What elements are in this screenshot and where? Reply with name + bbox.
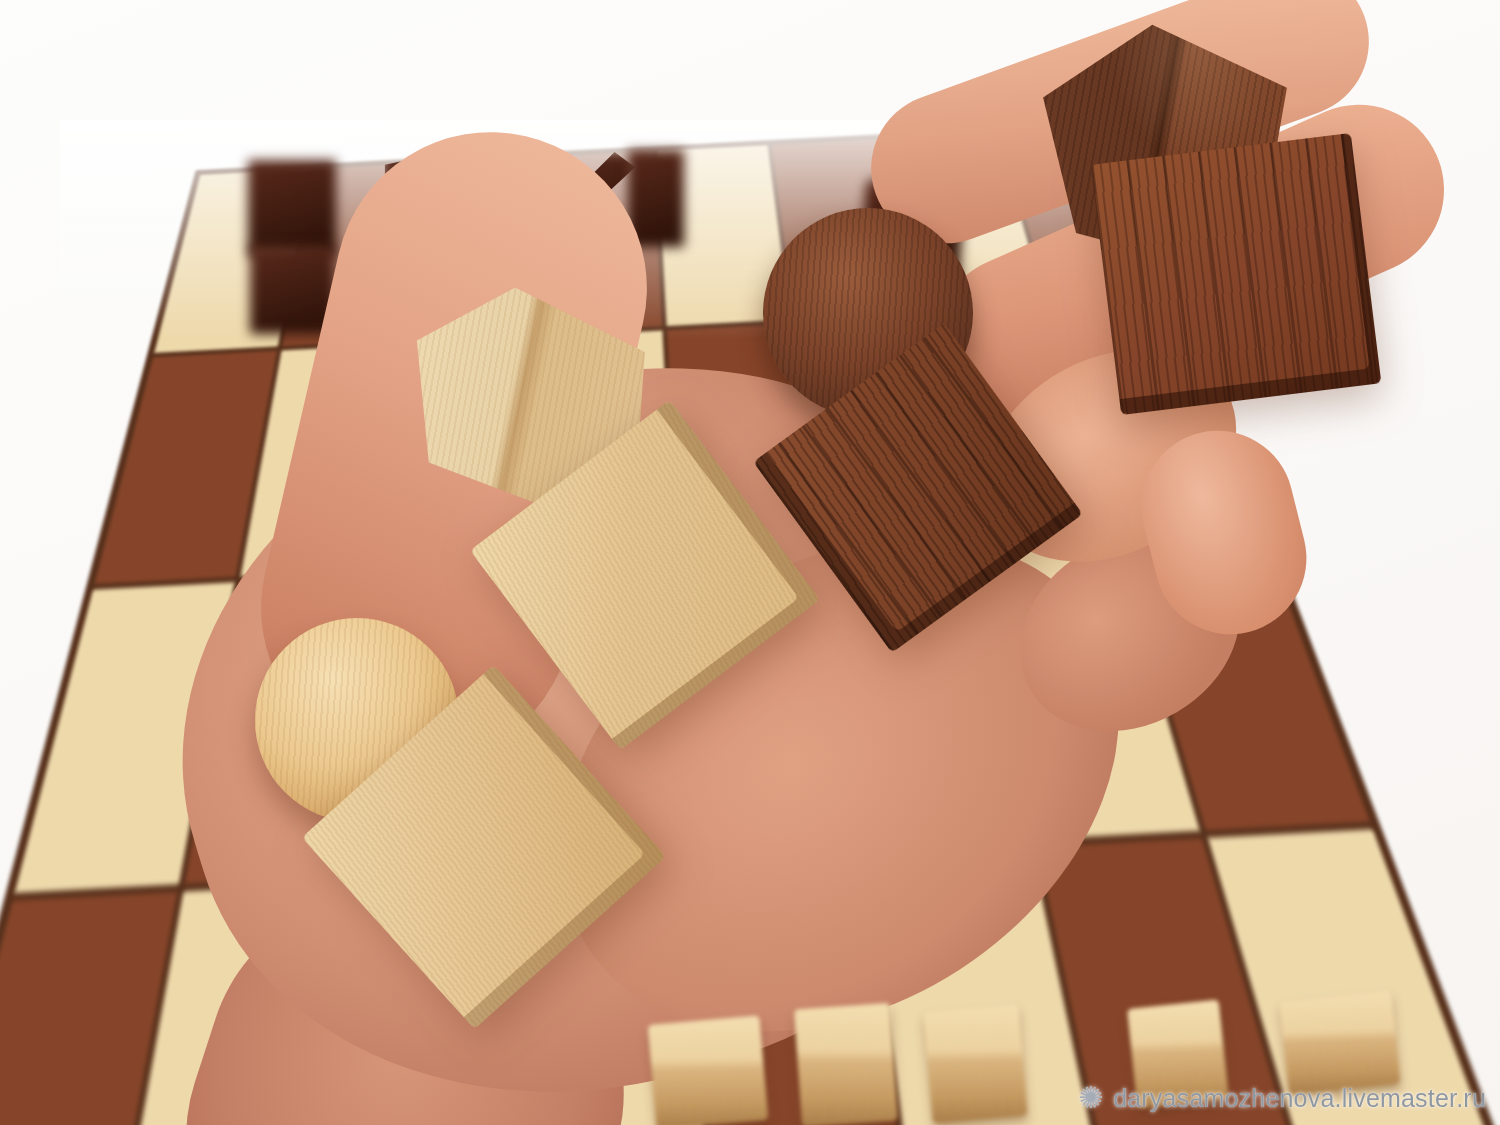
star-snowflake-icon: ✺	[1078, 1083, 1103, 1113]
light-pawn-cube-on-board	[794, 1003, 898, 1125]
light-pawn-cube-on-board	[648, 1015, 769, 1125]
watermark: ✺ daryasamozhenova.livemaster.ru	[1078, 1083, 1486, 1113]
light-pawn-cube-on-board	[923, 1004, 1027, 1124]
watermark-text: daryasamozhenova.livemaster.ru	[1113, 1084, 1486, 1113]
dark-rook-cube-held-2	[1091, 133, 1382, 415]
photo-stage: ✺ daryasamozhenova.livemaster.ru	[0, 0, 1500, 1125]
dark-rook-cube-on-board	[248, 160, 336, 256]
light-pawn-cube-on-board	[1279, 990, 1400, 1095]
dark-piece-base-shadow	[250, 246, 334, 334]
